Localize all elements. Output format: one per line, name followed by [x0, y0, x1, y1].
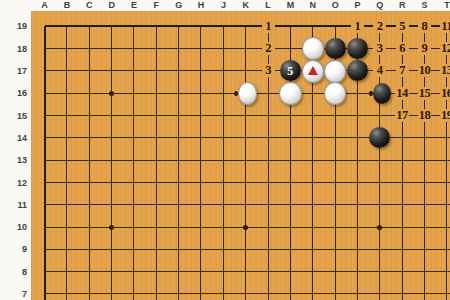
point-number: 1 [351, 20, 364, 33]
intersection [78, 261, 100, 283]
intersection: 2 [257, 38, 279, 60]
row-label: 7 [0, 289, 27, 299]
intersection [279, 238, 301, 260]
column-label: H [191, 0, 211, 11]
intersection [369, 283, 391, 300]
row-label: 11 [0, 200, 27, 210]
column-label: T [437, 0, 450, 11]
intersection [279, 283, 301, 300]
intersection [436, 261, 450, 283]
intersection [369, 127, 391, 149]
intersection [56, 104, 78, 126]
intersection [56, 283, 78, 300]
intersection [324, 15, 346, 37]
intersection [212, 283, 234, 300]
intersection [212, 82, 234, 104]
point-number: 12 [440, 42, 450, 55]
intersection [56, 149, 78, 171]
intersection: 4 [369, 60, 391, 82]
point-number: 6 [396, 42, 409, 55]
intersection [212, 149, 234, 171]
column-label: R [392, 0, 412, 11]
intersection [123, 238, 145, 260]
intersection [56, 216, 78, 238]
intersection [391, 283, 413, 300]
white-stone [324, 60, 346, 83]
row-label: 16 [0, 88, 27, 98]
column-label: Q [370, 0, 390, 11]
intersection [302, 194, 324, 216]
intersection [190, 15, 212, 37]
intersection [436, 194, 450, 216]
intersection [302, 171, 324, 193]
intersection [436, 238, 450, 260]
intersection [302, 261, 324, 283]
intersection [145, 104, 167, 126]
intersection [234, 82, 256, 104]
intersection [123, 216, 145, 238]
intersection [212, 127, 234, 149]
stone-number: 5 [287, 65, 293, 77]
intersection [369, 261, 391, 283]
intersection [346, 261, 368, 283]
intersection [212, 194, 234, 216]
intersection [33, 149, 55, 171]
star-point [109, 91, 114, 96]
intersection [33, 261, 55, 283]
point-number: 2 [373, 20, 386, 33]
intersection: 10 [413, 60, 435, 82]
intersection [346, 283, 368, 300]
intersection [391, 127, 413, 149]
intersection [56, 194, 78, 216]
row-label: 8 [0, 267, 27, 277]
intersection [234, 15, 256, 37]
intersection [302, 60, 324, 82]
intersection [78, 82, 100, 104]
intersection [78, 38, 100, 60]
column-label: S [415, 0, 435, 11]
intersection [33, 15, 55, 37]
intersection [190, 261, 212, 283]
intersection [346, 216, 368, 238]
white-stone [279, 82, 301, 105]
intersection: 6 [391, 38, 413, 60]
intersection [413, 194, 435, 216]
intersection [413, 261, 435, 283]
intersection [167, 149, 189, 171]
triangle-marker-icon [308, 66, 318, 75]
intersection [346, 149, 368, 171]
intersection [100, 15, 122, 37]
intersection [78, 149, 100, 171]
intersection [257, 283, 279, 300]
intersection [100, 261, 122, 283]
intersection [324, 261, 346, 283]
intersection [257, 82, 279, 104]
intersection [324, 60, 346, 82]
intersection [302, 38, 324, 60]
intersection: 15 [413, 82, 435, 104]
intersection [302, 82, 324, 104]
intersection [279, 82, 301, 104]
point-number: 11 [440, 20, 450, 33]
intersection [167, 238, 189, 260]
intersection [33, 216, 55, 238]
intersection [190, 60, 212, 82]
intersection [369, 194, 391, 216]
intersection [346, 194, 368, 216]
point-number: 2 [262, 42, 275, 55]
intersection [167, 15, 189, 37]
point-number: 15 [418, 87, 432, 100]
intersection [123, 104, 145, 126]
intersection [145, 15, 167, 37]
row-label: 12 [0, 178, 27, 188]
intersection: 7 [391, 60, 413, 82]
intersection [145, 127, 167, 149]
point-number: 19 [440, 109, 450, 122]
intersection [302, 238, 324, 260]
intersection [302, 216, 324, 238]
intersection [369, 104, 391, 126]
white-stone [238, 82, 256, 105]
intersection [78, 283, 100, 300]
intersection [324, 283, 346, 300]
intersection [100, 104, 122, 126]
intersection [436, 216, 450, 238]
intersection [234, 238, 256, 260]
column-label: E [124, 0, 144, 11]
intersection [123, 171, 145, 193]
point-number: 3 [373, 42, 386, 55]
intersection [413, 238, 435, 260]
intersection [100, 82, 122, 104]
intersection [100, 216, 122, 238]
intersection [324, 127, 346, 149]
intersection [234, 194, 256, 216]
intersection [145, 283, 167, 300]
intersection [190, 283, 212, 300]
intersection [100, 60, 122, 82]
intersection [167, 171, 189, 193]
intersection [413, 171, 435, 193]
intersection [234, 38, 256, 60]
intersection [100, 194, 122, 216]
intersection [190, 38, 212, 60]
intersection [212, 38, 234, 60]
intersection [391, 149, 413, 171]
intersection [190, 238, 212, 260]
intersection [56, 15, 78, 37]
intersection [234, 171, 256, 193]
intersection [302, 283, 324, 300]
intersection [145, 149, 167, 171]
column-label: J [213, 0, 233, 11]
row-label: 14 [0, 133, 27, 143]
intersection [436, 171, 450, 193]
intersection [190, 82, 212, 104]
intersection [257, 171, 279, 193]
intersection [78, 216, 100, 238]
intersection [257, 104, 279, 126]
intersection [302, 127, 324, 149]
intersection [324, 171, 346, 193]
point-number: 18 [418, 109, 432, 122]
intersection [33, 238, 55, 260]
intersection [302, 104, 324, 126]
point-number: 14 [395, 87, 409, 100]
intersection [257, 216, 279, 238]
intersection [167, 38, 189, 60]
black-stone: 5 [280, 60, 301, 81]
go-diagram: 112581123691235471013141516171819 ABCDEF… [0, 0, 450, 300]
intersection: 19 [436, 104, 450, 126]
intersection [212, 216, 234, 238]
intersection [279, 104, 301, 126]
column-label: D [102, 0, 122, 11]
intersection [167, 104, 189, 126]
intersection [257, 127, 279, 149]
intersection: 5 [391, 15, 413, 37]
intersection [33, 104, 55, 126]
intersection [167, 216, 189, 238]
row-label: 9 [0, 244, 27, 254]
intersection [123, 149, 145, 171]
intersection [56, 261, 78, 283]
intersection: 5 [279, 60, 301, 82]
intersection: 9 [413, 38, 435, 60]
intersection [279, 15, 301, 37]
intersection [190, 149, 212, 171]
intersection: 13 [436, 60, 450, 82]
intersection [413, 149, 435, 171]
intersection: 11 [436, 15, 450, 37]
intersection [212, 171, 234, 193]
intersection [324, 38, 346, 60]
intersection [391, 261, 413, 283]
intersection [436, 283, 450, 300]
intersection [413, 216, 435, 238]
intersection [123, 261, 145, 283]
intersection [56, 38, 78, 60]
intersection [33, 38, 55, 60]
intersection [279, 127, 301, 149]
intersection [369, 216, 391, 238]
intersection [279, 38, 301, 60]
point-number: 9 [418, 42, 431, 55]
intersection [145, 238, 167, 260]
intersection [234, 60, 256, 82]
star-point [377, 225, 382, 230]
intersection [33, 171, 55, 193]
intersection [369, 149, 391, 171]
intersection [212, 104, 234, 126]
intersection [391, 171, 413, 193]
intersection [279, 216, 301, 238]
point-number: 4 [373, 64, 386, 77]
intersection [369, 171, 391, 193]
row-label: 19 [0, 21, 27, 31]
intersection [190, 194, 212, 216]
intersection: 3 [257, 60, 279, 82]
column-label: M [280, 0, 300, 11]
column-label: A [35, 0, 55, 11]
intersection: 2 [369, 15, 391, 37]
black-stone [373, 83, 391, 104]
intersection [145, 194, 167, 216]
intersection [33, 82, 55, 104]
intersection [212, 60, 234, 82]
star-point [109, 225, 114, 230]
intersection [234, 149, 256, 171]
intersection [33, 283, 55, 300]
intersection [78, 60, 100, 82]
intersection [167, 82, 189, 104]
point-number: 16 [440, 87, 450, 100]
intersection [145, 38, 167, 60]
intersection [346, 171, 368, 193]
intersection [56, 82, 78, 104]
intersection [190, 171, 212, 193]
intersection: 8 [413, 15, 435, 37]
intersection [123, 194, 145, 216]
star-point [243, 225, 248, 230]
intersection [257, 261, 279, 283]
intersection [145, 216, 167, 238]
intersection [167, 194, 189, 216]
intersection [78, 171, 100, 193]
intersection [324, 194, 346, 216]
row-label: 15 [0, 111, 27, 121]
column-label: F [146, 0, 166, 11]
intersection [346, 38, 368, 60]
intersection: 1 [346, 15, 368, 37]
intersection [302, 15, 324, 37]
intersection [190, 104, 212, 126]
intersection [145, 261, 167, 283]
intersection [123, 283, 145, 300]
intersection [234, 127, 256, 149]
intersection [56, 127, 78, 149]
point-number: 3 [262, 64, 275, 77]
intersection [190, 216, 212, 238]
intersection: 1 [257, 15, 279, 37]
column-label: N [303, 0, 323, 11]
intersection [346, 60, 368, 82]
intersection [167, 283, 189, 300]
intersection [167, 127, 189, 149]
row-label: 10 [0, 222, 27, 232]
intersection: 14 [391, 82, 413, 104]
intersection [279, 171, 301, 193]
intersection [324, 104, 346, 126]
intersection [56, 238, 78, 260]
intersection [33, 127, 55, 149]
intersection [234, 104, 256, 126]
intersection [33, 194, 55, 216]
intersection [190, 127, 212, 149]
intersection [346, 104, 368, 126]
intersection [123, 60, 145, 82]
intersection [369, 238, 391, 260]
point-number: 8 [418, 20, 431, 33]
intersection [257, 194, 279, 216]
point-number: 1 [262, 20, 275, 33]
intersection [100, 127, 122, 149]
intersection [257, 149, 279, 171]
intersection [123, 82, 145, 104]
intersection [78, 238, 100, 260]
point-number: 10 [418, 64, 432, 77]
intersection [145, 82, 167, 104]
row-label: 13 [0, 155, 27, 165]
white-stone [324, 82, 346, 105]
column-label: B [57, 0, 77, 11]
intersection [212, 238, 234, 260]
intersection [33, 60, 55, 82]
intersection [145, 60, 167, 82]
intersection [100, 38, 122, 60]
intersection [100, 238, 122, 260]
point-number: 7 [396, 64, 409, 77]
intersection [324, 82, 346, 104]
intersection [56, 60, 78, 82]
intersection [257, 238, 279, 260]
intersection [346, 238, 368, 260]
intersection [123, 15, 145, 37]
black-stone [325, 38, 346, 59]
intersection [78, 104, 100, 126]
intersection: 3 [369, 38, 391, 60]
intersection [436, 127, 450, 149]
intersection [413, 283, 435, 300]
intersection [56, 171, 78, 193]
column-label: O [325, 0, 345, 11]
intersection [391, 216, 413, 238]
intersection [413, 127, 435, 149]
point-number: 13 [440, 64, 450, 77]
intersection [100, 149, 122, 171]
intersection [145, 171, 167, 193]
intersection [302, 149, 324, 171]
intersection [346, 127, 368, 149]
point-number: 17 [395, 109, 409, 122]
intersection [234, 216, 256, 238]
intersection [78, 15, 100, 37]
black-stone [369, 127, 390, 148]
black-stone [347, 38, 368, 59]
row-label: 18 [0, 44, 27, 54]
intersection [369, 82, 391, 104]
intersection [78, 194, 100, 216]
intersection [234, 283, 256, 300]
column-label: K [236, 0, 256, 11]
intersection [212, 15, 234, 37]
column-label: P [348, 0, 368, 11]
intersection [391, 194, 413, 216]
intersection [212, 261, 234, 283]
intersection: 18 [413, 104, 435, 126]
intersection [324, 238, 346, 260]
white-stone [302, 37, 324, 60]
column-label: L [258, 0, 278, 11]
intersection [123, 127, 145, 149]
intersection [100, 283, 122, 300]
column-label: C [79, 0, 99, 11]
intersection [78, 127, 100, 149]
go-board-grid: 112581123691235471013141516171819 [33, 15, 450, 300]
